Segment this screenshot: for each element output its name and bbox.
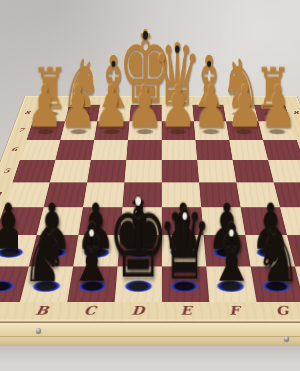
square-a7 — [27, 121, 65, 139]
square-b1 — [20, 266, 73, 302]
square-c7 — [94, 121, 129, 139]
file-label-f: F — [209, 304, 259, 318]
square-c3 — [78, 207, 122, 235]
file-label-b: B — [16, 304, 67, 318]
square-f3 — [201, 207, 245, 235]
square-a5 — [12, 160, 55, 182]
square-b2 — [29, 235, 79, 266]
square-f6 — [195, 140, 232, 160]
square-d4 — [122, 182, 161, 207]
square-b8 — [65, 105, 100, 122]
square-f2 — [204, 235, 251, 266]
square-a6 — [20, 140, 60, 160]
square-e2 — [162, 235, 206, 266]
square-e8 — [162, 105, 194, 122]
file-label-d: D — [113, 304, 162, 318]
square-e3 — [162, 207, 204, 235]
square-b5 — [50, 160, 91, 182]
square-d8 — [129, 105, 161, 122]
square-f5 — [197, 160, 236, 182]
square-d6 — [126, 140, 161, 160]
square-b6 — [55, 140, 94, 160]
square-c6 — [91, 140, 128, 160]
square-e4 — [162, 182, 201, 207]
square-g8 — [223, 105, 258, 122]
photo-scene: ABCDEFGH8877665544332211 ♜♞♝♚♛♝♞♜♟♟♟♟♟♟♟… — [0, 0, 300, 371]
square-g4 — [236, 182, 280, 207]
square-e1 — [162, 266, 209, 302]
square-a8 — [33, 105, 69, 122]
square-d5 — [124, 160, 161, 182]
square-b3 — [37, 207, 83, 235]
square-g6 — [229, 140, 268, 160]
table-surface — [0, 346, 300, 371]
hinge-screw-right — [284, 336, 289, 341]
square-f1 — [206, 266, 256, 302]
square-g1 — [251, 266, 300, 302]
file-label-g: G — [257, 304, 300, 318]
square-e7 — [162, 121, 196, 139]
file-label-e: E — [162, 304, 211, 318]
square-d7 — [128, 121, 162, 139]
square-f8 — [192, 105, 226, 122]
board-frame: ABCDEFGH8877665544332211 — [0, 96, 300, 322]
square-c2 — [73, 235, 120, 266]
square-f7 — [194, 121, 229, 139]
square-c5 — [87, 160, 126, 182]
square-f4 — [199, 182, 241, 207]
square-c4 — [83, 182, 124, 207]
square-d1 — [115, 266, 162, 302]
board-front-edge — [0, 322, 300, 347]
square-e6 — [162, 140, 197, 160]
square-h6 — [263, 140, 300, 160]
square-b4 — [44, 182, 88, 207]
hinge-screw-left — [36, 328, 41, 333]
square-h5 — [268, 160, 300, 182]
chess-board: ABCDEFGH8877665544332211 ♜♞♝♚♛♝♞♜♟♟♟♟♟♟♟… — [0, 96, 300, 322]
square-c1 — [67, 266, 117, 302]
file-label-c: C — [65, 304, 115, 318]
square-e5 — [162, 160, 199, 182]
board-edge-seam — [0, 336, 300, 337]
square-b7 — [60, 121, 97, 139]
square-d3 — [120, 207, 162, 235]
square-d2 — [118, 235, 162, 266]
square-g7 — [226, 121, 263, 139]
square-c8 — [97, 105, 131, 122]
square-g5 — [233, 160, 274, 182]
